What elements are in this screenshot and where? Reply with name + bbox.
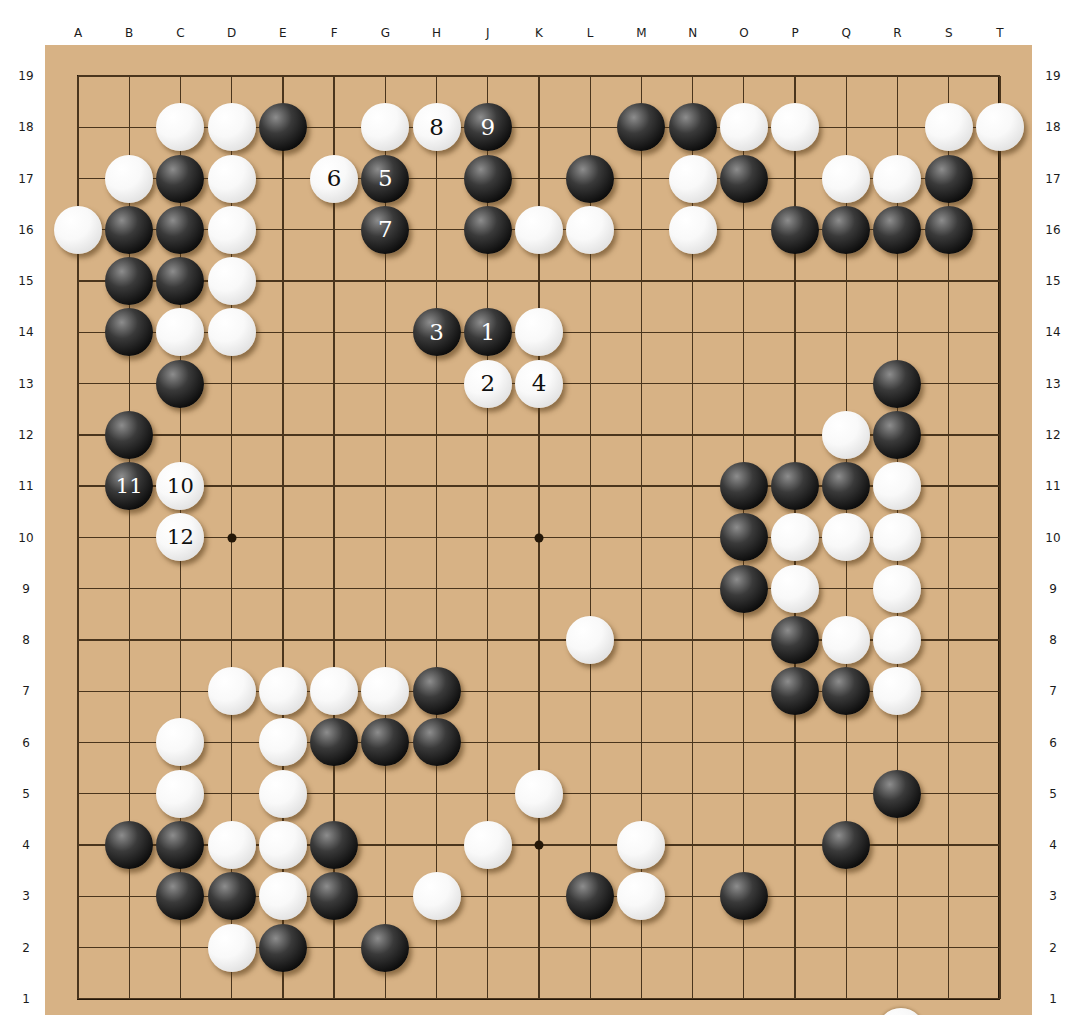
board-intersection[interactable] [769,358,820,409]
board-intersection[interactable] [360,50,411,101]
board-intersection[interactable] [257,204,308,255]
board-intersection[interactable] [872,768,923,819]
board-intersection[interactable] [565,460,616,511]
board-intersection[interactable] [565,512,616,563]
board-intersection[interactable] [974,922,1025,973]
board-intersection[interactable] [52,768,103,819]
board-intersection[interactable] [872,666,923,717]
board-intersection[interactable]: 10 [155,460,206,511]
board-intersection[interactable] [462,973,513,1015]
board-intersection[interactable] [308,614,359,665]
board-intersection[interactable] [616,358,667,409]
board-intersection[interactable] [155,871,206,922]
board-intersection[interactable] [104,102,155,153]
board-intersection[interactable] [155,50,206,101]
board-intersection[interactable] [257,409,308,460]
board-intersection[interactable] [974,204,1025,255]
board-intersection[interactable] [52,512,103,563]
board-intersection[interactable]: 2 [462,358,513,409]
board-intersection[interactable] [411,460,462,511]
board-intersection[interactable] [206,768,257,819]
board-intersection[interactable] [411,871,462,922]
board-intersection[interactable] [411,255,462,306]
board-intersection[interactable] [104,768,155,819]
board-intersection[interactable] [104,358,155,409]
board-intersection[interactable] [923,460,974,511]
board-intersection[interactable] [155,768,206,819]
board-intersection[interactable] [308,563,359,614]
board-intersection[interactable] [308,768,359,819]
board-intersection[interactable] [974,563,1025,614]
board-intersection[interactable] [52,409,103,460]
board-intersection[interactable] [718,307,769,358]
board-intersection[interactable] [718,717,769,768]
board-intersection[interactable] [718,102,769,153]
board-intersection[interactable] [513,307,564,358]
board-intersection[interactable] [616,153,667,204]
board-intersection[interactable] [667,871,718,922]
board-intersection[interactable] [769,460,820,511]
board-intersection[interactable] [565,717,616,768]
board-intersection[interactable] [206,512,257,563]
board-intersection[interactable] [513,614,564,665]
board-intersection[interactable] [104,153,155,204]
board-intersection[interactable] [52,460,103,511]
board-intersection[interactable] [257,358,308,409]
board-intersection[interactable] [308,255,359,306]
board-intersection[interactable] [769,255,820,306]
board-intersection[interactable]: 6 [308,153,359,204]
board-intersection[interactable]: 4 [513,358,564,409]
board-intersection[interactable] [104,614,155,665]
board-intersection[interactable] [257,512,308,563]
board-intersection[interactable] [872,153,923,204]
board-intersection[interactable] [104,922,155,973]
board-intersection[interactable] [872,358,923,409]
board-intersection[interactable] [360,614,411,665]
board-intersection[interactable] [821,922,872,973]
board-intersection[interactable] [667,819,718,870]
board-intersection[interactable] [667,563,718,614]
board-intersection[interactable] [360,922,411,973]
board-intersection[interactable] [667,512,718,563]
board-intersection[interactable] [513,768,564,819]
board-intersection[interactable] [769,512,820,563]
board-intersection[interactable] [718,460,769,511]
board-intersection[interactable] [462,255,513,306]
board-intersection[interactable] [104,307,155,358]
board-intersection[interactable] [411,819,462,870]
board-intersection[interactable] [257,819,308,870]
board-intersection[interactable] [667,358,718,409]
board-intersection[interactable] [206,50,257,101]
board-intersection[interactable] [308,717,359,768]
board-intersection[interactable] [718,768,769,819]
board-intersection[interactable] [769,871,820,922]
board-intersection[interactable] [411,973,462,1015]
board-intersection[interactable] [821,255,872,306]
board-intersection[interactable] [616,102,667,153]
board-intersection[interactable] [769,973,820,1015]
board-intersection[interactable] [974,614,1025,665]
board-intersection[interactable] [411,922,462,973]
board-intersection[interactable] [462,153,513,204]
board-intersection[interactable] [462,50,513,101]
board-intersection[interactable] [360,563,411,614]
board-intersection[interactable] [974,717,1025,768]
board-intersection[interactable] [872,871,923,922]
board-intersection[interactable] [974,102,1025,153]
board-intersection[interactable] [616,307,667,358]
board-intersection[interactable] [974,768,1025,819]
board-intersection[interactable] [52,307,103,358]
board-intersection[interactable] [872,204,923,255]
board-intersection[interactable] [155,819,206,870]
board-intersection[interactable] [52,102,103,153]
board-intersection[interactable]: 11 [104,460,155,511]
board-intersection[interactable] [513,871,564,922]
board-intersection[interactable] [257,768,308,819]
board-intersection[interactable] [308,460,359,511]
board-intersection[interactable] [974,50,1025,101]
board-intersection[interactable] [565,614,616,665]
board-intersection[interactable] [565,204,616,255]
board-intersection[interactable] [923,819,974,870]
board-intersection[interactable] [411,768,462,819]
board-intersection[interactable] [206,717,257,768]
board-intersection[interactable] [769,819,820,870]
board-intersection[interactable] [257,666,308,717]
board-intersection[interactable] [974,666,1025,717]
board-intersection[interactable] [718,50,769,101]
board-intersection[interactable] [718,204,769,255]
board-intersection[interactable] [616,666,667,717]
board-intersection[interactable] [565,973,616,1015]
board-intersection[interactable] [360,717,411,768]
board-intersection[interactable] [923,153,974,204]
board-intersection[interactable] [821,973,872,1015]
board-intersection[interactable] [872,717,923,768]
board-intersection[interactable] [923,50,974,101]
board-intersection[interactable] [821,50,872,101]
board-intersection[interactable] [308,409,359,460]
board-intersection[interactable] [565,563,616,614]
board-intersection[interactable] [513,153,564,204]
board-intersection[interactable] [411,204,462,255]
board-intersection[interactable] [257,255,308,306]
board-intersection[interactable] [565,102,616,153]
board-intersection[interactable] [616,871,667,922]
board-intersection[interactable] [155,666,206,717]
board-intersection[interactable] [360,512,411,563]
board-intersection[interactable] [462,768,513,819]
board-intersection[interactable] [52,153,103,204]
board-intersection[interactable] [718,922,769,973]
board-intersection[interactable] [513,563,564,614]
board-intersection[interactable] [616,50,667,101]
board-intersection[interactable] [104,819,155,870]
board-intersection[interactable] [923,666,974,717]
board-intersection[interactable] [667,922,718,973]
board-intersection[interactable] [206,614,257,665]
board-intersection[interactable] [718,409,769,460]
board-intersection[interactable] [923,717,974,768]
board-intersection[interactable] [769,204,820,255]
board-intersection[interactable] [104,409,155,460]
board-intersection[interactable] [257,563,308,614]
board-intersection[interactable] [206,307,257,358]
board-intersection[interactable] [360,819,411,870]
board-intersection[interactable]: 3 [411,307,462,358]
board-intersection[interactable] [821,307,872,358]
board-intersection[interactable] [769,409,820,460]
board-intersection[interactable] [257,871,308,922]
board-intersection[interactable] [513,819,564,870]
board-intersection[interactable] [616,614,667,665]
board-intersection[interactable] [155,204,206,255]
board-intersection[interactable] [974,460,1025,511]
board-intersection[interactable] [974,871,1025,922]
board-intersection[interactable] [104,255,155,306]
board-intersection[interactable] [462,614,513,665]
board-intersection[interactable] [872,512,923,563]
board-intersection[interactable] [411,358,462,409]
board-intersection[interactable] [513,666,564,717]
board-intersection[interactable] [52,871,103,922]
board-intersection[interactable] [206,666,257,717]
board-intersection[interactable] [411,614,462,665]
board-intersection[interactable] [616,717,667,768]
board-intersection[interactable] [360,666,411,717]
board-intersection[interactable] [872,460,923,511]
board-intersection[interactable]: 9 [462,102,513,153]
board-intersection[interactable] [52,614,103,665]
board-intersection[interactable] [565,307,616,358]
board-intersection[interactable] [513,460,564,511]
board-intersection[interactable] [616,512,667,563]
board-intersection[interactable] [974,153,1025,204]
board-intersection[interactable] [155,102,206,153]
board-intersection[interactable] [52,973,103,1015]
board-intersection[interactable] [923,102,974,153]
board-intersection[interactable] [616,409,667,460]
board-intersection[interactable] [821,512,872,563]
board-intersection[interactable] [155,717,206,768]
board-intersection[interactable] [821,102,872,153]
board-intersection[interactable] [821,358,872,409]
board-intersection[interactable] [974,307,1025,358]
board-intersection[interactable] [360,255,411,306]
board-intersection[interactable] [257,460,308,511]
board-intersection[interactable] [667,153,718,204]
board-intersection[interactable] [565,50,616,101]
board-intersection[interactable] [513,102,564,153]
board-intersection[interactable] [565,819,616,870]
board-intersection[interactable] [308,922,359,973]
board-intersection[interactable] [872,307,923,358]
board-intersection[interactable] [769,307,820,358]
board-intersection[interactable]: 12 [155,512,206,563]
board-intersection[interactable] [360,307,411,358]
board-intersection[interactable] [872,819,923,870]
board-intersection[interactable] [513,204,564,255]
board-intersection[interactable] [769,768,820,819]
board-intersection[interactable] [308,973,359,1015]
board-intersection[interactable] [360,460,411,511]
board-intersection[interactable] [104,512,155,563]
board-intersection[interactable] [769,50,820,101]
board-intersection[interactable] [206,871,257,922]
board-intersection[interactable] [308,666,359,717]
board-intersection[interactable] [104,717,155,768]
board-intersection[interactable] [872,50,923,101]
board-intersection[interactable] [155,409,206,460]
board-intersection[interactable] [923,409,974,460]
board-intersection[interactable] [667,614,718,665]
board-intersection[interactable] [52,563,103,614]
board-intersection[interactable] [769,666,820,717]
board-intersection[interactable] [667,102,718,153]
board-intersection[interactable] [155,358,206,409]
board-intersection[interactable] [308,512,359,563]
board-intersection[interactable] [206,819,257,870]
board-intersection[interactable] [308,102,359,153]
board-intersection[interactable] [308,819,359,870]
board-intersection[interactable] [718,973,769,1015]
board-intersection[interactable] [923,512,974,563]
board-intersection[interactable] [565,666,616,717]
board-intersection[interactable] [872,409,923,460]
board-intersection[interactable] [257,973,308,1015]
board-intersection[interactable] [718,358,769,409]
board-intersection[interactable] [104,871,155,922]
board-intersection[interactable] [411,563,462,614]
board-intersection[interactable] [769,614,820,665]
board-intersection[interactable] [667,409,718,460]
board-intersection[interactable] [155,307,206,358]
board-intersection[interactable] [718,512,769,563]
board-intersection[interactable] [462,717,513,768]
board-intersection[interactable] [769,922,820,973]
board-intersection[interactable] [923,204,974,255]
board-intersection[interactable] [974,358,1025,409]
board-intersection[interactable] [104,204,155,255]
board-intersection[interactable] [565,409,616,460]
board-intersection[interactable] [769,717,820,768]
board-intersection[interactable] [462,409,513,460]
board-intersection[interactable] [206,153,257,204]
board-intersection[interactable] [616,768,667,819]
board-intersection[interactable] [718,153,769,204]
board-intersection[interactable] [52,255,103,306]
board-intersection[interactable] [718,563,769,614]
board-intersection[interactable] [411,153,462,204]
board-intersection[interactable]: 5 [360,153,411,204]
board-intersection[interactable] [308,358,359,409]
board-intersection[interactable] [974,819,1025,870]
board-intersection[interactable] [155,255,206,306]
board-intersection[interactable] [411,50,462,101]
board-intersection[interactable] [565,358,616,409]
board-intersection[interactable] [257,50,308,101]
board-intersection[interactable] [513,717,564,768]
board-intersection[interactable] [257,307,308,358]
board-intersection[interactable] [52,204,103,255]
board-intersection[interactable] [718,871,769,922]
board-intersection[interactable] [206,204,257,255]
board-intersection[interactable] [104,563,155,614]
board-intersection[interactable] [923,307,974,358]
board-intersection[interactable] [821,409,872,460]
board-intersection[interactable] [257,614,308,665]
board-intersection[interactable] [667,50,718,101]
board-intersection[interactable] [52,717,103,768]
board-intersection[interactable] [411,409,462,460]
board-intersection[interactable] [821,717,872,768]
board-intersection[interactable] [411,512,462,563]
board-intersection[interactable] [462,512,513,563]
board-intersection[interactable] [974,409,1025,460]
board-intersection[interactable] [872,614,923,665]
board-intersection[interactable] [923,563,974,614]
board-intersection[interactable] [52,50,103,101]
board-intersection[interactable] [565,871,616,922]
board-intersection[interactable] [206,102,257,153]
board-intersection[interactable] [206,973,257,1015]
board-intersection[interactable] [923,358,974,409]
board-intersection[interactable] [667,204,718,255]
board-intersection[interactable] [821,614,872,665]
board-intersection[interactable] [257,153,308,204]
board-intersection[interactable] [206,409,257,460]
board-intersection[interactable] [667,460,718,511]
board-intersection[interactable] [718,614,769,665]
board-intersection[interactable] [821,871,872,922]
board-intersection[interactable] [923,871,974,922]
board-intersection[interactable] [616,204,667,255]
board-intersection[interactable] [52,819,103,870]
board-intersection[interactable] [923,614,974,665]
board-intersection[interactable] [667,973,718,1015]
board-intersection[interactable] [462,204,513,255]
board-intersection[interactable] [206,563,257,614]
board-intersection[interactable] [257,717,308,768]
board-intersection[interactable] [616,973,667,1015]
board-intersection[interactable] [360,409,411,460]
board-intersection[interactable] [308,204,359,255]
board-intersection[interactable] [974,255,1025,306]
board-intersection[interactable] [821,460,872,511]
board-intersection[interactable] [155,614,206,665]
board-intersection[interactable] [667,768,718,819]
board-intersection[interactable] [411,717,462,768]
board-intersection[interactable] [462,666,513,717]
board-intersection[interactable] [360,102,411,153]
board-intersection[interactable] [462,871,513,922]
board-intersection[interactable] [821,768,872,819]
board-intersection[interactable] [872,102,923,153]
board-intersection[interactable]: 7 [360,204,411,255]
board-intersection[interactable] [206,460,257,511]
board-intersection[interactable] [206,922,257,973]
board-intersection[interactable] [667,255,718,306]
board-intersection[interactable] [616,819,667,870]
board-intersection[interactable] [411,666,462,717]
board-intersection[interactable] [513,973,564,1015]
board-intersection[interactable] [923,768,974,819]
board-intersection[interactable] [718,819,769,870]
board-intersection[interactable] [308,871,359,922]
